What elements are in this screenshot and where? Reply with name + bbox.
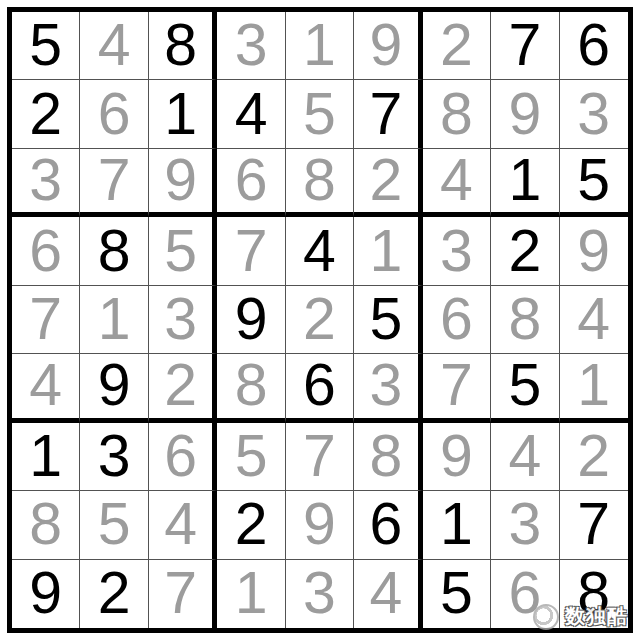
- cell-r1c8[interactable]: 7: [491, 12, 559, 80]
- cell-r4c3[interactable]: 5: [149, 217, 217, 285]
- cell-r1c5[interactable]: 1: [286, 12, 354, 80]
- cell-r7c9[interactable]: 2: [560, 423, 628, 491]
- cell-r5c3[interactable]: 3: [149, 286, 217, 354]
- cell-r1c4[interactable]: 3: [217, 12, 285, 80]
- cell-r8c3[interactable]: 4: [149, 491, 217, 559]
- cell-r1c9[interactable]: 6: [560, 12, 628, 80]
- cell-r2c4[interactable]: 4: [217, 80, 285, 148]
- cell-r9c9[interactable]: 8: [560, 560, 628, 628]
- cell-r4c2[interactable]: 8: [80, 217, 148, 285]
- cell-r8c7[interactable]: 1: [423, 491, 491, 559]
- cell-r8c2[interactable]: 5: [80, 491, 148, 559]
- cell-r1c7[interactable]: 2: [423, 12, 491, 80]
- cell-r3c8[interactable]: 1: [491, 149, 559, 217]
- cell-r6c6[interactable]: 3: [354, 354, 422, 422]
- cell-r3c9[interactable]: 5: [560, 149, 628, 217]
- cell-r2c8[interactable]: 9: [491, 80, 559, 148]
- cell-r3c4[interactable]: 6: [217, 149, 285, 217]
- cell-r6c5[interactable]: 6: [286, 354, 354, 422]
- cell-r5c6[interactable]: 5: [354, 286, 422, 354]
- cell-r6c8[interactable]: 5: [491, 354, 559, 422]
- cell-r6c9[interactable]: 1: [560, 354, 628, 422]
- cell-r1c6[interactable]: 9: [354, 12, 422, 80]
- cell-r8c1[interactable]: 8: [12, 491, 80, 559]
- cell-r4c5[interactable]: 4: [286, 217, 354, 285]
- cell-r7c1[interactable]: 1: [12, 423, 80, 491]
- cell-r2c5[interactable]: 5: [286, 80, 354, 148]
- cell-r9c6[interactable]: 4: [354, 560, 422, 628]
- cell-r9c5[interactable]: 3: [286, 560, 354, 628]
- cell-r7c6[interactable]: 8: [354, 423, 422, 491]
- cell-r3c6[interactable]: 2: [354, 149, 422, 217]
- cell-r3c5[interactable]: 8: [286, 149, 354, 217]
- cell-r7c7[interactable]: 9: [423, 423, 491, 491]
- cell-r8c8[interactable]: 3: [491, 491, 559, 559]
- cell-r2c9[interactable]: 3: [560, 80, 628, 148]
- cell-r2c6[interactable]: 7: [354, 80, 422, 148]
- cell-r3c2[interactable]: 7: [80, 149, 148, 217]
- cell-r9c2[interactable]: 2: [80, 560, 148, 628]
- cell-r5c8[interactable]: 8: [491, 286, 559, 354]
- cell-r1c1[interactable]: 5: [12, 12, 80, 80]
- sudoku-app: 5483192762614578933796824156857413297139…: [0, 0, 640, 640]
- cell-r7c4[interactable]: 5: [217, 423, 285, 491]
- cell-r3c3[interactable]: 9: [149, 149, 217, 217]
- cell-r6c2[interactable]: 9: [80, 354, 148, 422]
- cell-r9c3[interactable]: 7: [149, 560, 217, 628]
- cell-r7c2[interactable]: 3: [80, 423, 148, 491]
- cell-r3c7[interactable]: 4: [423, 149, 491, 217]
- cell-r5c5[interactable]: 2: [286, 286, 354, 354]
- cell-r9c4[interactable]: 1: [217, 560, 285, 628]
- cell-r5c4[interactable]: 9: [217, 286, 285, 354]
- cell-r6c7[interactable]: 7: [423, 354, 491, 422]
- cell-r8c4[interactable]: 2: [217, 491, 285, 559]
- cell-r5c7[interactable]: 6: [423, 286, 491, 354]
- cell-r8c6[interactable]: 6: [354, 491, 422, 559]
- cell-r2c3[interactable]: 1: [149, 80, 217, 148]
- cell-r5c9[interactable]: 4: [560, 286, 628, 354]
- cell-r4c8[interactable]: 2: [491, 217, 559, 285]
- cell-r1c3[interactable]: 8: [149, 12, 217, 80]
- cell-r9c1[interactable]: 9: [12, 560, 80, 628]
- cell-r6c3[interactable]: 2: [149, 354, 217, 422]
- cell-r4c9[interactable]: 9: [560, 217, 628, 285]
- cell-r7c5[interactable]: 7: [286, 423, 354, 491]
- cell-r2c2[interactable]: 6: [80, 80, 148, 148]
- cell-r8c9[interactable]: 7: [560, 491, 628, 559]
- cell-r7c3[interactable]: 6: [149, 423, 217, 491]
- cell-r5c2[interactable]: 1: [80, 286, 148, 354]
- cell-r2c1[interactable]: 2: [12, 80, 80, 148]
- cell-r4c6[interactable]: 1: [354, 217, 422, 285]
- cell-r6c4[interactable]: 8: [217, 354, 285, 422]
- cell-r4c7[interactable]: 3: [423, 217, 491, 285]
- cell-r4c1[interactable]: 6: [12, 217, 80, 285]
- cell-r8c5[interactable]: 9: [286, 491, 354, 559]
- cell-r2c7[interactable]: 8: [423, 80, 491, 148]
- cell-r5c1[interactable]: 7: [12, 286, 80, 354]
- cell-r1c2[interactable]: 4: [80, 12, 148, 80]
- cell-r9c8[interactable]: 6: [491, 560, 559, 628]
- cell-r6c1[interactable]: 4: [12, 354, 80, 422]
- sudoku-board: 5483192762614578933796824156857413297139…: [7, 7, 633, 633]
- cell-r3c1[interactable]: 3: [12, 149, 80, 217]
- cell-r9c7[interactable]: 5: [423, 560, 491, 628]
- cell-r4c4[interactable]: 7: [217, 217, 285, 285]
- cell-r7c8[interactable]: 4: [491, 423, 559, 491]
